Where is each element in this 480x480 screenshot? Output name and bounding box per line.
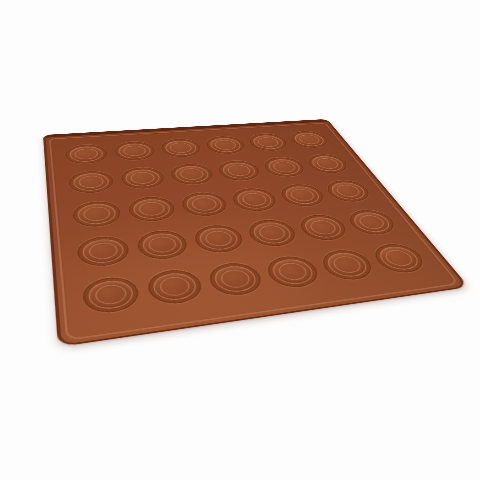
mold-inner-ring [330,255,365,274]
mold-cell [260,156,309,178]
mold-inner-ring [94,283,128,306]
mold-inner-ring [275,262,310,282]
mold-cell [113,141,158,162]
mold-cell [159,138,204,158]
mold-cell [215,159,264,181]
mold-cell [68,170,116,195]
mold-cell [244,218,301,248]
mold-cell [145,268,206,307]
mold-cell [168,163,216,186]
mold-inner-ring [307,219,339,235]
mold-cell [262,254,324,290]
mold-cell [72,200,123,229]
mold-inner-ring [381,249,416,267]
mold-cell [126,195,178,223]
mold-inner-ring [255,137,280,148]
mold-inner-ring [88,242,119,261]
mold-cell [246,133,292,152]
mold-inner-ring [74,148,99,160]
mold-cell [287,130,333,148]
mold-cell [205,261,267,298]
mold-inner-ring [147,236,178,254]
product-photo [0,0,480,480]
mold-inner-ring [158,276,192,298]
mold-cell [343,208,401,236]
mold-inner-ring [333,184,363,197]
mold-inner-ring [314,158,341,170]
silicone-macaron-mat [43,119,469,347]
mold-inner-ring [213,139,238,150]
mold-inner-ring [203,230,235,248]
mold-cell [135,229,191,262]
mold-grid [46,121,466,344]
mold-inner-ring [297,134,323,144]
mold-inner-ring [122,145,147,157]
mold-inner-ring [190,197,219,212]
mold-inner-ring [137,201,166,216]
mold-cell [276,183,329,208]
mold-inner-ring [271,161,298,173]
mold-inner-ring [168,142,193,153]
mold-cell [228,187,281,213]
mold-cell [179,191,231,218]
mold-inner-ring [129,171,156,184]
mold-inner-ring [178,168,205,181]
mold-cell [295,213,352,242]
mold-cell [191,223,248,254]
mold-inner-ring [83,206,112,222]
mold-inner-ring [288,188,317,202]
mold-cell [368,242,431,275]
mold-cell [81,275,142,316]
mold-cell [316,248,379,282]
mold-inner-ring [240,192,269,206]
mold-cell [303,153,352,174]
mold-cell [322,179,375,203]
mold-inner-ring [256,224,288,241]
mold-inner-ring [356,214,388,230]
mold-cell [203,135,248,154]
mold-cell [119,166,167,190]
mold-inner-ring [218,268,253,289]
mold-inner-ring [78,175,104,189]
mold-inner-ring [225,164,252,176]
mold-cell [76,234,132,268]
mold-cell [64,144,108,165]
